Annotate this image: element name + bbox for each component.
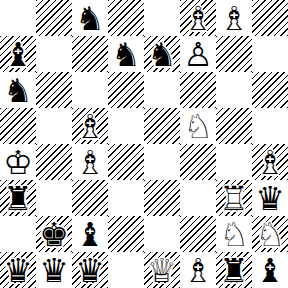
piece-white-pawn: ♟♙: [180, 36, 216, 72]
chess-board: ♞♞♝♗♝♗♝♝♞♞♞♞♟♙♞♞♝♗♞♘♚♔♝♗♝♗♜♜♜♖♛♛♚♚♝♝♞♘♞♘…: [0, 0, 288, 288]
square-f3[interactable]: [180, 180, 216, 216]
piece-black-knight: ♞♞: [72, 0, 108, 36]
white-bishop-icon: ♗: [252, 144, 288, 180]
piece-white-bishop: ♝♗: [216, 0, 252, 36]
square-d8[interactable]: [108, 0, 144, 36]
square-h3[interactable]: ♛♛: [252, 180, 288, 216]
white-bishop-icon: ♗: [72, 108, 108, 144]
white-bishop-icon: ♗: [216, 0, 252, 36]
square-c3[interactable]: [72, 180, 108, 216]
piece-white-bishop: ♝♗: [72, 144, 108, 180]
black-knight-icon: ♞: [0, 72, 36, 108]
white-knight-icon: ♘: [180, 108, 216, 144]
square-b1[interactable]: ♛♛: [36, 252, 72, 288]
square-e1[interactable]: ♛♕: [144, 252, 180, 288]
piece-black-knight: ♞♞: [144, 36, 180, 72]
square-g7[interactable]: [216, 36, 252, 72]
square-d2[interactable]: [108, 216, 144, 252]
square-f6[interactable]: [180, 72, 216, 108]
square-a3[interactable]: ♜♜: [0, 180, 36, 216]
square-a2[interactable]: [0, 216, 36, 252]
piece-black-queen: ♛♛: [0, 252, 36, 288]
piece-black-rook: ♜♜: [216, 252, 252, 288]
square-c8[interactable]: ♞♞: [72, 0, 108, 36]
piece-black-bishop: ♝♝: [0, 36, 36, 72]
square-h1[interactable]: ♝♝: [252, 252, 288, 288]
piece-white-bishop: ♝♗: [180, 252, 216, 288]
square-c1[interactable]: ♛♛: [72, 252, 108, 288]
white-bishop-icon: ♗: [180, 0, 216, 36]
square-b3[interactable]: [36, 180, 72, 216]
square-c6[interactable]: [72, 72, 108, 108]
piece-black-rook: ♜♜: [0, 180, 36, 216]
square-d7[interactable]: ♞♞: [108, 36, 144, 72]
black-knight-icon: ♞: [72, 0, 108, 36]
square-e2[interactable]: [144, 216, 180, 252]
square-c7[interactable]: [72, 36, 108, 72]
square-g2[interactable]: ♞♘: [216, 216, 252, 252]
black-bishop-icon: ♝: [72, 216, 108, 252]
black-bishop-icon: ♝: [252, 252, 288, 288]
piece-white-rook: ♜♖: [216, 180, 252, 216]
piece-black-queen: ♛♛: [72, 252, 108, 288]
square-g5[interactable]: [216, 108, 252, 144]
black-queen-icon: ♛: [72, 252, 108, 288]
square-b4[interactable]: [36, 144, 72, 180]
square-a6[interactable]: ♞♞: [0, 72, 36, 108]
square-g1[interactable]: ♜♜: [216, 252, 252, 288]
square-b6[interactable]: [36, 72, 72, 108]
square-f7[interactable]: ♟♙: [180, 36, 216, 72]
square-h6[interactable]: [252, 72, 288, 108]
black-queen-icon: ♛: [36, 252, 72, 288]
square-c2[interactable]: ♝♝: [72, 216, 108, 252]
white-bishop-icon: ♗: [180, 252, 216, 288]
piece-black-king: ♚♚: [36, 216, 72, 252]
black-rook-icon: ♜: [216, 252, 252, 288]
piece-white-knight: ♞♘: [216, 216, 252, 252]
white-king-icon: ♔: [0, 144, 36, 180]
black-rook-icon: ♜: [0, 180, 36, 216]
square-e4[interactable]: [144, 144, 180, 180]
square-g8[interactable]: ♝♗: [216, 0, 252, 36]
white-bishop-icon: ♗: [72, 144, 108, 180]
square-d5[interactable]: [108, 108, 144, 144]
square-a8[interactable]: [0, 0, 36, 36]
square-f4[interactable]: [180, 144, 216, 180]
piece-black-bishop: ♝♝: [252, 252, 288, 288]
square-e6[interactable]: [144, 72, 180, 108]
black-knight-icon: ♞: [144, 36, 180, 72]
white-pawn-icon: ♙: [180, 36, 216, 72]
square-f5[interactable]: ♞♘: [180, 108, 216, 144]
square-c5[interactable]: ♝♗: [72, 108, 108, 144]
square-e7[interactable]: ♞♞: [144, 36, 180, 72]
square-b7[interactable]: [36, 36, 72, 72]
square-e5[interactable]: [144, 108, 180, 144]
square-f2[interactable]: [180, 216, 216, 252]
black-queen-icon: ♛: [0, 252, 36, 288]
square-h8[interactable]: [252, 0, 288, 36]
square-f1[interactable]: ♝♗: [180, 252, 216, 288]
white-knight-icon: ♘: [216, 216, 252, 252]
piece-white-bishop: ♝♗: [180, 0, 216, 36]
piece-white-knight: ♞♘: [180, 108, 216, 144]
square-a7[interactable]: ♝♝: [0, 36, 36, 72]
square-h2[interactable]: ♞♘: [252, 216, 288, 252]
square-b5[interactable]: [36, 108, 72, 144]
square-b8[interactable]: [36, 0, 72, 36]
piece-black-knight: ♞♞: [108, 36, 144, 72]
black-queen-icon: ♛: [252, 180, 288, 216]
square-a1[interactable]: ♛♛: [0, 252, 36, 288]
square-d1[interactable]: [108, 252, 144, 288]
square-d6[interactable]: [108, 72, 144, 108]
square-g3[interactable]: ♜♖: [216, 180, 252, 216]
white-knight-icon: ♘: [252, 216, 288, 252]
white-queen-icon: ♕: [144, 252, 180, 288]
piece-white-bishop: ♝♗: [72, 108, 108, 144]
square-h7[interactable]: [252, 36, 288, 72]
square-c4[interactable]: ♝♗: [72, 144, 108, 180]
square-d3[interactable]: [108, 180, 144, 216]
piece-black-queen: ♛♛: [36, 252, 72, 288]
square-a4[interactable]: ♚♔: [0, 144, 36, 180]
black-king-icon: ♚: [36, 216, 72, 252]
black-bishop-icon: ♝: [0, 36, 36, 72]
square-d4[interactable]: [108, 144, 144, 180]
piece-white-knight: ♞♘: [252, 216, 288, 252]
square-g6[interactable]: [216, 72, 252, 108]
white-rook-icon: ♖: [216, 180, 252, 216]
square-f8[interactable]: ♝♗: [180, 0, 216, 36]
piece-white-king: ♚♔: [0, 144, 36, 180]
piece-black-bishop: ♝♝: [72, 216, 108, 252]
square-a5[interactable]: [0, 108, 36, 144]
square-e3[interactable]: [144, 180, 180, 216]
square-g4[interactable]: [216, 144, 252, 180]
square-b2[interactable]: ♚♚: [36, 216, 72, 252]
piece-white-queen: ♛♕: [144, 252, 180, 288]
piece-white-bishop: ♝♗: [252, 144, 288, 180]
black-knight-icon: ♞: [108, 36, 144, 72]
piece-black-queen: ♛♛: [252, 180, 288, 216]
square-h4[interactable]: ♝♗: [252, 144, 288, 180]
square-h5[interactable]: [252, 108, 288, 144]
piece-black-knight: ♞♞: [0, 72, 36, 108]
square-e8[interactable]: [144, 0, 180, 36]
